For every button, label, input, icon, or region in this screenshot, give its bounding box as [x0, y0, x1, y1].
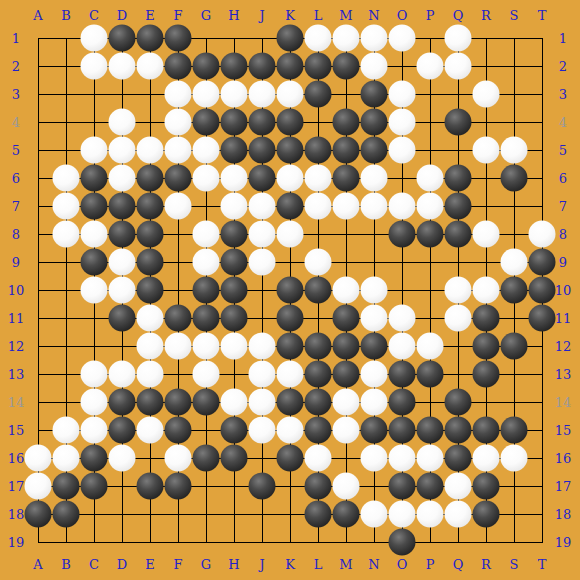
- white-stone[interactable]: [165, 109, 192, 136]
- black-stone[interactable]: [305, 53, 332, 80]
- white-stone[interactable]: [109, 165, 136, 192]
- white-stone[interactable]: [249, 361, 276, 388]
- black-stone[interactable]: [81, 473, 108, 500]
- coordinate-label: L: [314, 9, 323, 22]
- coordinate-label: 2: [559, 60, 567, 73]
- white-stone[interactable]: [501, 137, 528, 164]
- white-stone[interactable]: [361, 445, 388, 472]
- white-stone[interactable]: [445, 473, 472, 500]
- coordinate-label: 18: [8, 508, 25, 521]
- black-stone[interactable]: [389, 473, 416, 500]
- go-board[interactable]: AABBCCDDEEFFGGHHJJKKLLMMNNOOPPQQRRSSTT11…: [0, 0, 580, 580]
- coordinate-label: K: [285, 558, 295, 571]
- coordinate-label: 9: [559, 256, 567, 269]
- coordinate-label: L: [314, 558, 323, 571]
- white-stone[interactable]: [389, 137, 416, 164]
- black-stone[interactable]: [529, 277, 556, 304]
- white-stone[interactable]: [417, 193, 444, 220]
- coordinate-label: O: [397, 558, 408, 571]
- coordinate-label: 17: [555, 480, 572, 493]
- white-stone[interactable]: [417, 53, 444, 80]
- black-stone[interactable]: [361, 109, 388, 136]
- white-stone[interactable]: [81, 277, 108, 304]
- white-stone[interactable]: [249, 221, 276, 248]
- white-stone[interactable]: [25, 473, 52, 500]
- white-stone[interactable]: [137, 53, 164, 80]
- black-stone[interactable]: [109, 305, 136, 332]
- white-stone[interactable]: [361, 53, 388, 80]
- black-stone[interactable]: [193, 389, 220, 416]
- coordinate-label: 15: [555, 424, 572, 437]
- coordinate-label: 14: [555, 396, 572, 409]
- black-stone[interactable]: [277, 53, 304, 80]
- black-stone[interactable]: [137, 389, 164, 416]
- black-stone[interactable]: [305, 333, 332, 360]
- white-stone[interactable]: [501, 249, 528, 276]
- white-stone[interactable]: [137, 333, 164, 360]
- coordinate-label: E: [145, 558, 155, 571]
- black-stone[interactable]: [417, 473, 444, 500]
- coordinate-label: 8: [12, 228, 20, 241]
- black-stone[interactable]: [473, 333, 500, 360]
- black-stone[interactable]: [193, 305, 220, 332]
- black-stone[interactable]: [221, 221, 248, 248]
- black-stone[interactable]: [473, 473, 500, 500]
- coordinate-label: C: [89, 9, 99, 22]
- white-stone[interactable]: [529, 221, 556, 248]
- black-stone[interactable]: [109, 193, 136, 220]
- white-stone[interactable]: [193, 81, 220, 108]
- coordinate-label: Q: [453, 9, 464, 22]
- coordinate-label: 5: [559, 144, 567, 157]
- white-stone[interactable]: [389, 109, 416, 136]
- white-stone[interactable]: [53, 221, 80, 248]
- black-stone[interactable]: [417, 221, 444, 248]
- black-stone[interactable]: [221, 109, 248, 136]
- white-stone[interactable]: [109, 137, 136, 164]
- black-stone[interactable]: [305, 417, 332, 444]
- black-stone[interactable]: [501, 277, 528, 304]
- coordinate-label: R: [481, 558, 491, 571]
- white-stone[interactable]: [277, 417, 304, 444]
- black-stone[interactable]: [193, 277, 220, 304]
- white-stone[interactable]: [473, 277, 500, 304]
- coordinate-label: 16: [8, 452, 25, 465]
- black-stone[interactable]: [445, 221, 472, 248]
- black-stone[interactable]: [81, 193, 108, 220]
- white-stone[interactable]: [137, 361, 164, 388]
- black-stone[interactable]: [305, 81, 332, 108]
- black-stone[interactable]: [333, 361, 360, 388]
- black-stone[interactable]: [473, 501, 500, 528]
- white-stone[interactable]: [81, 389, 108, 416]
- white-stone[interactable]: [81, 361, 108, 388]
- coordinate-label: 11: [8, 312, 25, 325]
- coordinate-label: 4: [12, 116, 20, 129]
- black-stone[interactable]: [249, 109, 276, 136]
- white-stone[interactable]: [417, 445, 444, 472]
- coordinate-label: T: [538, 9, 547, 22]
- black-stone[interactable]: [137, 277, 164, 304]
- white-stone[interactable]: [53, 445, 80, 472]
- white-stone[interactable]: [361, 25, 388, 52]
- coordinate-label: S: [510, 9, 519, 22]
- black-stone[interactable]: [473, 361, 500, 388]
- white-stone[interactable]: [221, 165, 248, 192]
- coordinate-label: N: [368, 558, 379, 571]
- coordinate-label: D: [117, 558, 127, 571]
- white-stone[interactable]: [305, 165, 332, 192]
- white-stone[interactable]: [417, 165, 444, 192]
- white-stone[interactable]: [137, 305, 164, 332]
- coordinate-label: 13: [555, 368, 572, 381]
- white-stone[interactable]: [333, 473, 360, 500]
- white-stone[interactable]: [361, 305, 388, 332]
- black-stone[interactable]: [277, 277, 304, 304]
- coordinate-label: 17: [8, 480, 25, 493]
- white-stone[interactable]: [445, 501, 472, 528]
- white-stone[interactable]: [333, 193, 360, 220]
- black-stone[interactable]: [389, 529, 416, 556]
- coordinate-label: 3: [12, 88, 20, 101]
- white-stone[interactable]: [53, 165, 80, 192]
- white-stone[interactable]: [389, 333, 416, 360]
- white-stone[interactable]: [445, 25, 472, 52]
- black-stone[interactable]: [193, 109, 220, 136]
- black-stone[interactable]: [221, 137, 248, 164]
- coordinate-label: 5: [12, 144, 20, 157]
- black-stone[interactable]: [249, 53, 276, 80]
- coordinate-label: A: [33, 9, 42, 22]
- coordinate-label: A: [33, 558, 42, 571]
- white-stone[interactable]: [53, 193, 80, 220]
- black-stone[interactable]: [445, 445, 472, 472]
- coordinate-label: M: [339, 9, 352, 22]
- coordinate-label: B: [61, 558, 71, 571]
- grid-line-horizontal: [38, 542, 543, 543]
- white-stone[interactable]: [305, 193, 332, 220]
- black-stone[interactable]: [165, 389, 192, 416]
- black-stone[interactable]: [361, 417, 388, 444]
- white-stone[interactable]: [249, 389, 276, 416]
- black-stone[interactable]: [193, 445, 220, 472]
- black-stone[interactable]: [221, 249, 248, 276]
- white-stone[interactable]: [249, 249, 276, 276]
- white-stone[interactable]: [333, 417, 360, 444]
- white-stone[interactable]: [389, 501, 416, 528]
- black-stone[interactable]: [81, 165, 108, 192]
- black-stone[interactable]: [277, 109, 304, 136]
- black-stone[interactable]: [445, 389, 472, 416]
- white-stone[interactable]: [389, 445, 416, 472]
- black-stone[interactable]: [473, 417, 500, 444]
- white-stone[interactable]: [109, 361, 136, 388]
- black-stone[interactable]: [165, 53, 192, 80]
- coordinate-label: G: [201, 558, 211, 571]
- coordinate-label: H: [228, 558, 239, 571]
- white-stone[interactable]: [193, 221, 220, 248]
- black-stone[interactable]: [501, 165, 528, 192]
- white-stone[interactable]: [417, 333, 444, 360]
- white-stone[interactable]: [53, 417, 80, 444]
- black-stone[interactable]: [221, 417, 248, 444]
- coordinate-label: S: [510, 558, 519, 571]
- coordinate-label: 12: [8, 340, 25, 353]
- black-stone[interactable]: [305, 277, 332, 304]
- black-stone[interactable]: [137, 221, 164, 248]
- white-stone[interactable]: [137, 137, 164, 164]
- white-stone[interactable]: [81, 137, 108, 164]
- coordinate-label: 3: [559, 88, 567, 101]
- white-stone[interactable]: [333, 389, 360, 416]
- black-stone[interactable]: [165, 165, 192, 192]
- white-stone[interactable]: [221, 389, 248, 416]
- black-stone[interactable]: [389, 361, 416, 388]
- coordinate-label: 12: [555, 340, 572, 353]
- black-stone[interactable]: [81, 445, 108, 472]
- black-stone[interactable]: [81, 249, 108, 276]
- coordinate-label: 8: [559, 228, 567, 241]
- white-stone[interactable]: [109, 53, 136, 80]
- white-stone[interactable]: [277, 165, 304, 192]
- white-stone[interactable]: [445, 53, 472, 80]
- white-stone[interactable]: [277, 221, 304, 248]
- white-stone[interactable]: [361, 277, 388, 304]
- black-stone[interactable]: [137, 473, 164, 500]
- white-stone[interactable]: [473, 445, 500, 472]
- coordinate-label: T: [538, 558, 547, 571]
- coordinate-label: H: [228, 9, 239, 22]
- white-stone[interactable]: [473, 81, 500, 108]
- black-stone[interactable]: [221, 305, 248, 332]
- black-stone[interactable]: [249, 137, 276, 164]
- black-stone[interactable]: [109, 221, 136, 248]
- coordinate-label: 13: [8, 368, 25, 381]
- black-stone[interactable]: [333, 333, 360, 360]
- coordinate-label: J: [259, 558, 264, 571]
- black-stone[interactable]: [333, 109, 360, 136]
- black-stone[interactable]: [137, 25, 164, 52]
- white-stone[interactable]: [305, 25, 332, 52]
- white-stone[interactable]: [305, 445, 332, 472]
- black-stone[interactable]: [305, 137, 332, 164]
- black-stone[interactable]: [277, 333, 304, 360]
- white-stone[interactable]: [109, 277, 136, 304]
- white-stone[interactable]: [361, 501, 388, 528]
- white-stone[interactable]: [165, 81, 192, 108]
- coordinate-label: 19: [555, 536, 572, 549]
- coordinate-label: F: [173, 558, 182, 571]
- white-stone[interactable]: [361, 389, 388, 416]
- coordinate-label: M: [339, 558, 352, 571]
- black-stone[interactable]: [389, 417, 416, 444]
- white-stone[interactable]: [221, 333, 248, 360]
- coordinate-label: 1: [559, 32, 567, 45]
- black-stone[interactable]: [445, 109, 472, 136]
- black-stone[interactable]: [417, 417, 444, 444]
- white-stone[interactable]: [333, 25, 360, 52]
- coordinate-label: F: [173, 9, 182, 22]
- coordinate-label: P: [426, 9, 435, 22]
- white-stone[interactable]: [81, 417, 108, 444]
- white-stone[interactable]: [333, 277, 360, 304]
- white-stone[interactable]: [249, 81, 276, 108]
- coordinate-label: O: [397, 9, 408, 22]
- black-stone[interactable]: [53, 473, 80, 500]
- coordinate-label: 7: [12, 200, 20, 213]
- coordinate-label: N: [368, 9, 379, 22]
- black-stone[interactable]: [165, 417, 192, 444]
- black-stone[interactable]: [333, 501, 360, 528]
- black-stone[interactable]: [165, 305, 192, 332]
- white-stone[interactable]: [473, 221, 500, 248]
- white-stone[interactable]: [193, 137, 220, 164]
- coordinate-label: Q: [453, 558, 464, 571]
- white-stone[interactable]: [81, 25, 108, 52]
- white-stone[interactable]: [165, 333, 192, 360]
- black-stone[interactable]: [277, 137, 304, 164]
- coordinate-label: P: [426, 558, 435, 571]
- white-stone[interactable]: [277, 81, 304, 108]
- coordinate-label: B: [61, 9, 71, 22]
- coordinate-label: G: [201, 9, 211, 22]
- white-stone[interactable]: [193, 249, 220, 276]
- white-stone[interactable]: [445, 277, 472, 304]
- black-stone[interactable]: [333, 137, 360, 164]
- coordinate-label: 7: [559, 200, 567, 213]
- white-stone[interactable]: [81, 221, 108, 248]
- coordinate-label: 10: [8, 284, 25, 297]
- white-stone[interactable]: [165, 193, 192, 220]
- coordinate-label: 19: [8, 536, 25, 549]
- black-stone[interactable]: [305, 389, 332, 416]
- black-stone[interactable]: [137, 193, 164, 220]
- coordinate-label: 2: [12, 60, 20, 73]
- black-stone[interactable]: [221, 445, 248, 472]
- white-stone[interactable]: [193, 165, 220, 192]
- black-stone[interactable]: [165, 473, 192, 500]
- black-stone[interactable]: [473, 305, 500, 332]
- white-stone[interactable]: [221, 193, 248, 220]
- black-stone[interactable]: [417, 361, 444, 388]
- black-stone[interactable]: [389, 389, 416, 416]
- white-stone[interactable]: [109, 109, 136, 136]
- black-stone[interactable]: [25, 501, 52, 528]
- white-stone[interactable]: [193, 333, 220, 360]
- white-stone[interactable]: [249, 333, 276, 360]
- black-stone[interactable]: [249, 473, 276, 500]
- coordinate-label: 6: [12, 172, 20, 185]
- black-stone[interactable]: [249, 165, 276, 192]
- black-stone[interactable]: [109, 417, 136, 444]
- white-stone[interactable]: [445, 305, 472, 332]
- black-stone[interactable]: [501, 417, 528, 444]
- white-stone[interactable]: [389, 25, 416, 52]
- coordinate-label: C: [89, 558, 99, 571]
- coordinate-label: 15: [8, 424, 25, 437]
- black-stone[interactable]: [193, 53, 220, 80]
- white-stone[interactable]: [277, 361, 304, 388]
- black-stone[interactable]: [333, 53, 360, 80]
- coordinate-label: 16: [555, 452, 572, 465]
- black-stone[interactable]: [333, 305, 360, 332]
- coordinate-label: 1: [12, 32, 20, 45]
- black-stone[interactable]: [389, 221, 416, 248]
- black-stone[interactable]: [333, 165, 360, 192]
- black-stone[interactable]: [277, 389, 304, 416]
- white-stone[interactable]: [25, 445, 52, 472]
- coordinate-label: 6: [559, 172, 567, 185]
- white-stone[interactable]: [109, 445, 136, 472]
- black-stone[interactable]: [109, 25, 136, 52]
- black-stone[interactable]: [501, 333, 528, 360]
- black-stone[interactable]: [277, 445, 304, 472]
- white-stone[interactable]: [109, 249, 136, 276]
- white-stone[interactable]: [249, 417, 276, 444]
- white-stone[interactable]: [249, 193, 276, 220]
- black-stone[interactable]: [221, 53, 248, 80]
- black-stone[interactable]: [277, 193, 304, 220]
- black-stone[interactable]: [529, 249, 556, 276]
- white-stone[interactable]: [81, 53, 108, 80]
- black-stone[interactable]: [445, 417, 472, 444]
- black-stone[interactable]: [277, 25, 304, 52]
- coordinate-label: R: [481, 9, 491, 22]
- black-stone[interactable]: [361, 81, 388, 108]
- black-stone[interactable]: [361, 137, 388, 164]
- white-stone[interactable]: [361, 361, 388, 388]
- white-stone[interactable]: [473, 137, 500, 164]
- black-stone[interactable]: [305, 473, 332, 500]
- black-stone[interactable]: [529, 305, 556, 332]
- black-stone[interactable]: [305, 361, 332, 388]
- black-stone[interactable]: [137, 165, 164, 192]
- coordinate-label: E: [145, 9, 155, 22]
- black-stone[interactable]: [445, 165, 472, 192]
- white-stone[interactable]: [389, 193, 416, 220]
- white-stone[interactable]: [361, 165, 388, 192]
- white-stone[interactable]: [361, 193, 388, 220]
- white-stone[interactable]: [389, 305, 416, 332]
- white-stone[interactable]: [165, 445, 192, 472]
- black-stone[interactable]: [277, 305, 304, 332]
- black-stone[interactable]: [165, 25, 192, 52]
- coordinate-label: J: [259, 9, 264, 22]
- white-stone[interactable]: [389, 81, 416, 108]
- coordinate-label: 10: [555, 284, 572, 297]
- white-stone[interactable]: [417, 501, 444, 528]
- white-stone[interactable]: [165, 137, 192, 164]
- black-stone[interactable]: [137, 249, 164, 276]
- black-stone[interactable]: [445, 193, 472, 220]
- coordinate-label: 9: [12, 256, 20, 269]
- white-stone[interactable]: [501, 445, 528, 472]
- white-stone[interactable]: [137, 417, 164, 444]
- black-stone[interactable]: [109, 389, 136, 416]
- white-stone[interactable]: [221, 81, 248, 108]
- coordinate-label: D: [117, 9, 127, 22]
- black-stone[interactable]: [53, 501, 80, 528]
- white-stone[interactable]: [193, 361, 220, 388]
- coordinate-label: 18: [555, 508, 572, 521]
- white-stone[interactable]: [305, 249, 332, 276]
- black-stone[interactable]: [305, 501, 332, 528]
- black-stone[interactable]: [361, 333, 388, 360]
- coordinate-label: 14: [8, 396, 25, 409]
- coordinate-label: 11: [555, 312, 572, 325]
- black-stone[interactable]: [221, 277, 248, 304]
- coordinate-label: 4: [559, 116, 567, 129]
